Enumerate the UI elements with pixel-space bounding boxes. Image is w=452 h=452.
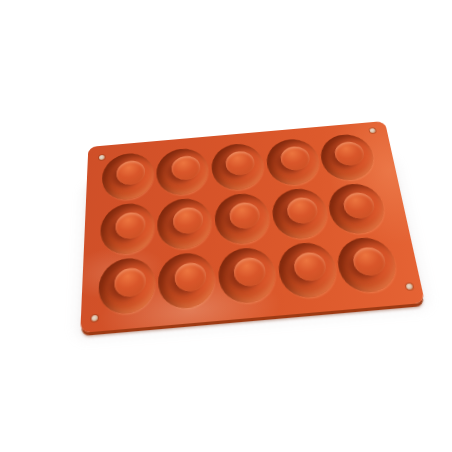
mold-cavity <box>98 256 156 316</box>
cavity-center-dome <box>172 206 203 234</box>
silicone-mold <box>80 121 425 333</box>
cavity-center-dome <box>292 251 327 282</box>
cavity-center-dome <box>116 160 145 186</box>
cavity-center-dome <box>286 196 319 224</box>
mold-cavity <box>270 187 330 241</box>
cavity-center-dome <box>342 191 376 219</box>
mold-cavity <box>158 251 216 311</box>
mold-cavity <box>326 182 389 236</box>
mold-cavity <box>318 132 378 182</box>
mold-cavity <box>101 151 153 201</box>
mold-cavity <box>210 142 265 192</box>
mold-cavity <box>157 197 213 252</box>
cavity-center-dome <box>225 150 256 176</box>
cavity-center-dome <box>334 141 367 167</box>
mold-cavity <box>100 201 155 256</box>
cavity-center-dome <box>174 262 206 293</box>
mold-cavity <box>335 236 401 295</box>
cavity-center-dome <box>233 256 267 287</box>
cavity-center-dome <box>352 246 388 277</box>
cavity-center-dome <box>115 211 145 239</box>
mold-cavity <box>264 137 322 187</box>
cavity-center-dome <box>114 267 146 298</box>
cavity-center-dome <box>229 201 261 229</box>
corner-hole-bottom-right <box>406 283 414 290</box>
cavity-center-dome <box>171 155 200 181</box>
cavity-center-dome <box>279 146 311 172</box>
mold-cavity <box>217 246 278 305</box>
mold-cavity <box>276 241 340 300</box>
photo-background <box>0 0 452 452</box>
cavity-grid <box>96 130 403 319</box>
mold-cavity <box>213 192 271 246</box>
mold-cavity <box>156 146 209 196</box>
